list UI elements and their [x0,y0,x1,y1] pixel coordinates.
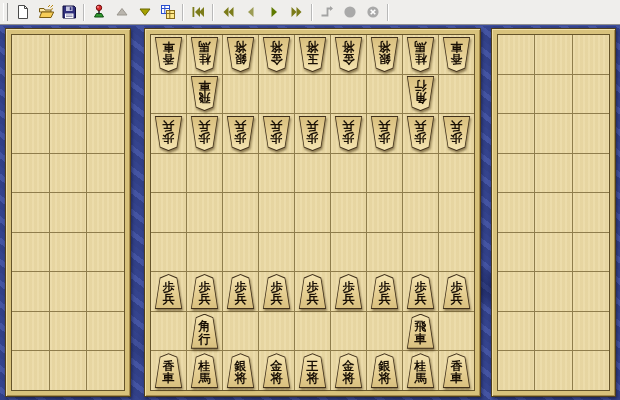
board-cell-r2c1[interactable] [151,75,186,114]
toolbar-separator [212,4,214,21]
board-cell-r3c6[interactable]: 歩兵 [331,114,366,153]
shogi-piece-香車[interactable]: 香車 [442,37,471,72]
board-cell-r3c3[interactable]: 歩兵 [223,114,258,153]
board-cell-r7c7[interactable]: 歩兵 [367,272,402,311]
board-cell-r9c8[interactable]: 桂馬 [403,351,438,390]
record-circle-icon [342,4,358,20]
first-move-icon [190,4,206,20]
right-stand-cell-27[interactable] [573,351,609,390]
rewind-icon [220,4,236,20]
new-file-button[interactable] [12,2,34,23]
board-cell-r7c8[interactable]: 歩兵 [403,272,438,311]
board-cell-r5c6[interactable] [331,193,366,232]
right-stand-cell-6[interactable] [573,75,609,114]
right-stand-cell-2[interactable] [535,35,571,74]
move-up-button[interactable] [111,2,133,23]
board-cell-r9c5[interactable]: 王将 [295,351,330,390]
shogi-piece-飛車[interactable]: 飛車 [190,76,219,111]
piece-pin-icon [91,4,107,20]
right-stand-cell-4[interactable] [498,75,534,114]
board-cell-r4c9[interactable] [439,154,474,193]
board-cell-r4c5[interactable] [295,154,330,193]
toolbar [0,0,620,25]
shogi-piece-歩兵[interactable]: 歩兵 [334,116,363,151]
left-stand-cell-3[interactable] [87,35,124,74]
shogi-piece-銀将[interactable]: 銀将 [226,353,255,388]
left-stand-cell-8[interactable] [50,114,87,153]
board-cell-r5c1[interactable] [151,193,186,232]
right-stand-cell-9[interactable] [573,114,609,153]
right-stand-cell-14[interactable] [535,193,571,232]
play-field-background: 香車桂馬銀将金将玉将金将銀将桂馬香車飛車角行歩兵歩兵歩兵歩兵歩兵歩兵歩兵歩兵歩兵… [0,26,620,400]
right-stand-cell-10[interactable] [498,154,534,193]
shogi-piece-銀将[interactable]: 銀将 [370,37,399,72]
right-stand-cell-20[interactable] [535,272,571,311]
board-cell-r4c8[interactable] [403,154,438,193]
board-cell-r5c5[interactable] [295,193,330,232]
toolbar-separator [387,4,389,21]
left-stand-cell-19[interactable] [12,272,49,311]
left-stand-cell-1[interactable] [12,35,49,74]
shogi-piece-歩兵[interactable]: 歩兵 [298,116,327,151]
board-cell-r3c9[interactable]: 歩兵 [439,114,474,153]
shogi-piece-歩兵[interactable]: 歩兵 [262,116,291,151]
board-cell-r6c8[interactable] [403,233,438,272]
board-cell-r6c9[interactable] [439,233,474,272]
board-cell-r4c1[interactable] [151,154,186,193]
right-stand-cell-15[interactable] [573,193,609,232]
board-cell-r2c9[interactable] [439,75,474,114]
right-stand-cell-7[interactable] [498,114,534,153]
shogi-piece-桂馬[interactable]: 桂馬 [406,37,435,72]
board-cell-r9c4[interactable]: 金将 [259,351,294,390]
shogi-board: 香車桂馬銀将金将玉将金将銀将桂馬香車飛車角行歩兵歩兵歩兵歩兵歩兵歩兵歩兵歩兵歩兵… [144,28,481,397]
left-stand-cell-22[interactable] [12,312,49,351]
board-cell-r7c1[interactable]: 歩兵 [151,272,186,311]
shogi-piece-金将[interactable]: 金将 [262,353,291,388]
left-stand-cell-14[interactable] [50,193,87,232]
shogi-piece-歩兵[interactable]: 歩兵 [334,274,363,309]
shogi-piece-歩兵[interactable]: 歩兵 [442,116,471,151]
board-cell-r8c5[interactable] [295,312,330,351]
right-stand-cell-21[interactable] [573,272,609,311]
left-stand-cell-11[interactable] [50,154,87,193]
board-cell-r1c6[interactable]: 金将 [331,35,366,74]
record-button[interactable] [339,2,361,23]
shogi-piece-角行[interactable]: 角行 [406,76,435,111]
open-file-button[interactable] [35,2,57,23]
flip-board-button[interactable] [157,2,179,23]
shogi-piece-歩兵[interactable]: 歩兵 [154,116,183,151]
shogi-board-grid: 香車桂馬銀将金将玉将金将銀将桂馬香車飛車角行歩兵歩兵歩兵歩兵歩兵歩兵歩兵歩兵歩兵… [150,34,475,391]
board-cell-r4c7[interactable] [367,154,402,193]
left-stand-cell-18[interactable] [87,233,124,272]
save-file-button[interactable] [58,2,80,23]
up-triangle-icon [114,4,130,20]
board-cell-r2c7[interactable] [367,75,402,114]
board-cell-r7c4[interactable]: 歩兵 [259,272,294,311]
board-cell-r2c8[interactable]: 角行 [403,75,438,114]
next-move-button[interactable] [263,2,285,23]
toolbar-separator [182,4,184,21]
shogi-piece-銀将[interactable]: 銀将 [370,353,399,388]
right-stand-cell-19[interactable] [498,272,534,311]
close-circle-icon [365,4,381,20]
shogi-piece-金将[interactable]: 金将 [262,37,291,72]
shogi-piece-角行[interactable]: 角行 [190,314,219,349]
board-cell-r3c5[interactable]: 歩兵 [295,114,330,153]
board-cell-r1c4[interactable]: 金将 [259,35,294,74]
board-cell-r4c3[interactable] [223,154,258,193]
board-cell-r4c6[interactable] [331,154,366,193]
board-cell-r1c8[interactable]: 桂馬 [403,35,438,74]
right-stand-cell-1[interactable] [498,35,534,74]
board-cell-r5c4[interactable] [259,193,294,232]
back-arrow-icon [243,4,259,20]
shogi-piece-歩兵[interactable]: 歩兵 [406,274,435,309]
shogi-piece-桂馬[interactable]: 桂馬 [190,37,219,72]
board-cell-r5c2[interactable] [187,193,222,232]
shogi-piece-香車[interactable]: 香車 [442,353,471,388]
right-stand-cell-24[interactable] [573,312,609,351]
board-cell-r1c1[interactable]: 香車 [151,35,186,74]
toolbar-grip[interactable] [3,3,8,21]
board-cell-r7c6[interactable]: 歩兵 [331,272,366,311]
board-cell-r4c2[interactable] [187,154,222,193]
board-cell-r7c2[interactable]: 歩兵 [187,272,222,311]
branch-button[interactable] [316,2,338,23]
board-cell-r5c9[interactable] [439,193,474,232]
board-cell-r1c5[interactable]: 玉将 [295,35,330,74]
shogi-piece-桂馬[interactable]: 桂馬 [190,353,219,388]
board-cell-r8c6[interactable] [331,312,366,351]
board-cell-r3c1[interactable]: 歩兵 [151,114,186,153]
down-triangle-icon [137,4,153,20]
left-stand-grid [11,34,125,391]
shogi-piece-歩兵[interactable]: 歩兵 [262,274,291,309]
board-cell-r6c1[interactable] [151,233,186,272]
board-cell-r4c4[interactable] [259,154,294,193]
right-stand-cell-23[interactable] [535,312,571,351]
shogi-piece-王将[interactable]: 王将 [298,353,327,388]
shogi-piece-歩兵[interactable]: 歩兵 [370,116,399,151]
left-stand-cell-2[interactable] [50,35,87,74]
setup-position-button[interactable] [88,2,110,23]
next-10-button[interactable] [286,2,308,23]
board-cell-r2c5[interactable] [295,75,330,114]
left-stand-cell-27[interactable] [87,351,124,390]
board-cell-r8c8[interactable]: 飛車 [403,312,438,351]
right-stand-grid [497,34,610,391]
left-stand-cell-23[interactable] [50,312,87,351]
board-cell-r8c1[interactable] [151,312,186,351]
toolbar-separator [83,4,85,21]
board-cell-r9c1[interactable]: 香車 [151,351,186,390]
right-piece-stand [491,28,616,397]
open-folder-icon [38,4,54,20]
right-stand-cell-17[interactable] [535,233,571,272]
left-stand-cell-25[interactable] [12,351,49,390]
left-stand-cell-10[interactable] [12,154,49,193]
shogi-piece-歩兵[interactable]: 歩兵 [442,274,471,309]
board-cell-r2c6[interactable] [331,75,366,114]
left-stand-cell-12[interactable] [87,154,124,193]
right-stand-cell-13[interactable] [498,193,534,232]
board-cell-r6c7[interactable] [367,233,402,272]
left-stand-cell-16[interactable] [12,233,49,272]
board-cell-r6c4[interactable] [259,233,294,272]
left-stand-cell-4[interactable] [12,75,49,114]
board-cell-r6c6[interactable] [331,233,366,272]
left-stand-cell-7[interactable] [12,114,49,153]
board-cell-r7c3[interactable]: 歩兵 [223,272,258,311]
shogi-piece-香車[interactable]: 香車 [154,37,183,72]
new-document-icon [15,4,31,20]
shogi-piece-金将[interactable]: 金将 [334,353,363,388]
shogi-piece-歩兵[interactable]: 歩兵 [406,116,435,151]
board-cell-r8c2[interactable]: 角行 [187,312,222,351]
left-stand-cell-24[interactable] [87,312,124,351]
board-cell-r1c3[interactable]: 銀将 [223,35,258,74]
fast-forward-icon [289,4,305,20]
left-piece-stand [5,28,131,397]
board-cell-r9c6[interactable]: 金将 [331,351,366,390]
left-stand-cell-20[interactable] [50,272,87,311]
board-cell-r6c2[interactable] [187,233,222,272]
right-stand-cell-25[interactable] [498,351,534,390]
shogi-piece-歩兵[interactable]: 歩兵 [190,116,219,151]
board-cell-r3c4[interactable]: 歩兵 [259,114,294,153]
board-cell-r3c8[interactable]: 歩兵 [403,114,438,153]
right-stand-cell-3[interactable] [573,35,609,74]
prev-move-button[interactable] [240,2,262,23]
board-cell-r5c7[interactable] [367,193,402,232]
first-move-button[interactable] [187,2,209,23]
toolbar-separator [311,4,313,21]
shogi-piece-桂馬[interactable]: 桂馬 [406,353,435,388]
board-cell-r1c7[interactable]: 銀将 [367,35,402,74]
shogi-piece-飛車[interactable]: 飛車 [406,314,435,349]
board-cell-r1c2[interactable]: 桂馬 [187,35,222,74]
board-cell-r5c3[interactable] [223,193,258,232]
left-stand-cell-5[interactable] [50,75,87,114]
board-cell-r2c4[interactable] [259,75,294,114]
save-icon [61,4,77,20]
board-cell-r9c7[interactable]: 銀将 [367,351,402,390]
board-cell-r9c3[interactable]: 銀将 [223,351,258,390]
board-cell-r8c4[interactable] [259,312,294,351]
board-cell-r6c5[interactable] [295,233,330,272]
left-stand-cell-26[interactable] [50,351,87,390]
board-cell-r9c2[interactable]: 桂馬 [187,351,222,390]
forward-arrow-icon [266,4,282,20]
right-stand-cell-18[interactable] [573,233,609,272]
shogi-piece-銀将[interactable]: 銀将 [226,37,255,72]
close-button[interactable] [362,2,384,23]
board-cell-r6c3[interactable] [223,233,258,272]
board-cell-r8c9[interactable] [439,312,474,351]
board-cell-r2c2[interactable]: 飛車 [187,75,222,114]
shogi-piece-歩兵[interactable]: 歩兵 [298,274,327,309]
board-cell-r3c7[interactable]: 歩兵 [367,114,402,153]
left-stand-cell-17[interactable] [50,233,87,272]
right-stand-cell-16[interactable] [498,233,534,272]
prev-10-button[interactable] [217,2,239,23]
board-cell-r7c5[interactable]: 歩兵 [295,272,330,311]
board-cell-r7c9[interactable]: 歩兵 [439,272,474,311]
board-cell-r5c8[interactable] [403,193,438,232]
shogi-piece-歩兵[interactable]: 歩兵 [154,274,183,309]
left-stand-cell-6[interactable] [87,75,124,114]
left-stand-cell-13[interactable] [12,193,49,232]
shogi-piece-歩兵[interactable]: 歩兵 [190,274,219,309]
shogi-piece-歩兵[interactable]: 歩兵 [370,274,399,309]
shogi-piece-歩兵[interactable]: 歩兵 [226,116,255,151]
move-down-button[interactable] [134,2,156,23]
shogi-piece-金将[interactable]: 金将 [334,37,363,72]
right-stand-cell-12[interactable] [573,154,609,193]
right-stand-cell-26[interactable] [535,351,571,390]
right-stand-cell-11[interactable] [535,154,571,193]
left-stand-cell-21[interactable] [87,272,124,311]
board-cell-r2c3[interactable] [223,75,258,114]
flip-board-icon [160,4,176,20]
board-cell-r3c2[interactable]: 歩兵 [187,114,222,153]
right-stand-cell-8[interactable] [535,114,571,153]
board-cell-r8c3[interactable] [223,312,258,351]
branch-swap-icon [319,4,335,20]
left-stand-cell-15[interactable] [87,193,124,232]
shogi-piece-香車[interactable]: 香車 [154,353,183,388]
shogi-app-window: 香車桂馬銀将金将玉将金将銀将桂馬香車飛車角行歩兵歩兵歩兵歩兵歩兵歩兵歩兵歩兵歩兵… [0,0,620,400]
shogi-piece-歩兵[interactable]: 歩兵 [226,274,255,309]
shogi-piece-玉将[interactable]: 玉将 [298,37,327,72]
board-cell-r1c9[interactable]: 香車 [439,35,474,74]
left-stand-cell-9[interactable] [87,114,124,153]
board-cell-r9c9[interactable]: 香車 [439,351,474,390]
right-stand-cell-5[interactable] [535,75,571,114]
right-stand-cell-22[interactable] [498,312,534,351]
board-cell-r8c7[interactable] [367,312,402,351]
